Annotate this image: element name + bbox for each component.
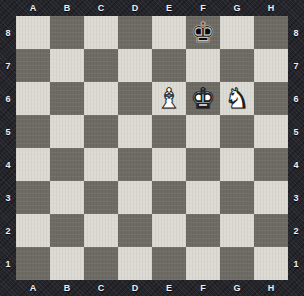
square-f8[interactable]: ♚	[186, 16, 220, 49]
rank-label-6: 6	[288, 82, 304, 115]
piece-white-king[interactable]: ♚	[186, 82, 220, 115]
file-label-a: A	[16, 0, 50, 16]
square-h1[interactable]	[254, 247, 288, 280]
file-label-e: E	[152, 280, 186, 296]
square-d3[interactable]	[118, 181, 152, 214]
rank-label-8: 8	[288, 16, 304, 49]
square-c2[interactable]	[84, 214, 118, 247]
square-d1[interactable]	[118, 247, 152, 280]
square-g1[interactable]	[220, 247, 254, 280]
square-f3[interactable]	[186, 181, 220, 214]
square-c8[interactable]	[84, 16, 118, 49]
square-f1[interactable]	[186, 247, 220, 280]
square-a1[interactable]	[16, 247, 50, 280]
square-f2[interactable]	[186, 214, 220, 247]
file-label-b: B	[50, 280, 84, 296]
rank-label-3: 3	[288, 181, 304, 214]
rank-label-3: 3	[0, 181, 16, 214]
rank-label-2: 2	[0, 214, 16, 247]
square-c6[interactable]	[84, 82, 118, 115]
file-labels-top: ABCDEFGH	[16, 0, 288, 16]
square-g4[interactable]	[220, 148, 254, 181]
rank-label-5: 5	[0, 115, 16, 148]
square-h4[interactable]	[254, 148, 288, 181]
square-d8[interactable]	[118, 16, 152, 49]
square-d2[interactable]	[118, 214, 152, 247]
square-d6[interactable]	[118, 82, 152, 115]
rank-labels-left: 87654321	[0, 16, 16, 280]
piece-white-bishop[interactable]: ♝	[152, 82, 186, 115]
square-h6[interactable]	[254, 82, 288, 115]
square-e1[interactable]	[152, 247, 186, 280]
piece-white-knight[interactable]: ♞	[220, 82, 254, 115]
piece-black-king[interactable]: ♚	[186, 16, 220, 49]
file-label-h: H	[254, 0, 288, 16]
square-h2[interactable]	[254, 214, 288, 247]
chess-board: ♚♝♚♞	[16, 16, 288, 280]
rank-label-8: 8	[0, 16, 16, 49]
file-label-d: D	[118, 280, 152, 296]
file-label-h: H	[254, 280, 288, 296]
square-b8[interactable]	[50, 16, 84, 49]
square-c5[interactable]	[84, 115, 118, 148]
file-label-f: F	[186, 0, 220, 16]
file-label-e: E	[152, 0, 186, 16]
square-e5[interactable]	[152, 115, 186, 148]
square-g6[interactable]: ♞	[220, 82, 254, 115]
square-b1[interactable]	[50, 247, 84, 280]
square-a3[interactable]	[16, 181, 50, 214]
square-h7[interactable]	[254, 49, 288, 82]
square-d4[interactable]	[118, 148, 152, 181]
square-a2[interactable]	[16, 214, 50, 247]
square-h3[interactable]	[254, 181, 288, 214]
square-b2[interactable]	[50, 214, 84, 247]
square-d5[interactable]	[118, 115, 152, 148]
square-f7[interactable]	[186, 49, 220, 82]
square-c3[interactable]	[84, 181, 118, 214]
rank-label-6: 6	[0, 82, 16, 115]
square-g5[interactable]	[220, 115, 254, 148]
square-b5[interactable]	[50, 115, 84, 148]
square-a5[interactable]	[16, 115, 50, 148]
rank-label-1: 1	[0, 247, 16, 280]
square-d7[interactable]	[118, 49, 152, 82]
square-c7[interactable]	[84, 49, 118, 82]
file-label-b: B	[50, 0, 84, 16]
file-label-g: G	[220, 0, 254, 16]
square-f4[interactable]	[186, 148, 220, 181]
rank-label-4: 4	[288, 148, 304, 181]
square-e2[interactable]	[152, 214, 186, 247]
square-a7[interactable]	[16, 49, 50, 82]
square-g7[interactable]	[220, 49, 254, 82]
square-f5[interactable]	[186, 115, 220, 148]
file-label-c: C	[84, 0, 118, 16]
file-label-d: D	[118, 0, 152, 16]
rank-label-1: 1	[288, 247, 304, 280]
square-h5[interactable]	[254, 115, 288, 148]
file-label-a: A	[16, 280, 50, 296]
square-b6[interactable]	[50, 82, 84, 115]
square-a8[interactable]	[16, 16, 50, 49]
square-e3[interactable]	[152, 181, 186, 214]
rank-labels-right: 87654321	[288, 16, 304, 280]
square-e4[interactable]	[152, 148, 186, 181]
square-c1[interactable]	[84, 247, 118, 280]
file-label-f: F	[186, 280, 220, 296]
square-f6[interactable]: ♚	[186, 82, 220, 115]
rank-label-5: 5	[288, 115, 304, 148]
file-label-g: G	[220, 280, 254, 296]
square-g2[interactable]	[220, 214, 254, 247]
square-b4[interactable]	[50, 148, 84, 181]
rank-label-2: 2	[288, 214, 304, 247]
square-g8[interactable]	[220, 16, 254, 49]
square-h8[interactable]	[254, 16, 288, 49]
file-label-c: C	[84, 280, 118, 296]
file-labels-bottom: ABCDEFGH	[16, 280, 288, 296]
square-b3[interactable]	[50, 181, 84, 214]
rank-label-7: 7	[288, 49, 304, 82]
rank-label-4: 4	[0, 148, 16, 181]
square-e7[interactable]	[152, 49, 186, 82]
square-a4[interactable]	[16, 148, 50, 181]
square-a6[interactable]	[16, 82, 50, 115]
square-e8[interactable]	[152, 16, 186, 49]
square-e6[interactable]: ♝	[152, 82, 186, 115]
rank-label-7: 7	[0, 49, 16, 82]
chess-board-window: ABCDEFGH ABCDEFGH 87654321 87654321 ♚♝♚♞	[0, 0, 304, 296]
square-b7[interactable]	[50, 49, 84, 82]
square-g3[interactable]	[220, 181, 254, 214]
square-c4[interactable]	[84, 148, 118, 181]
